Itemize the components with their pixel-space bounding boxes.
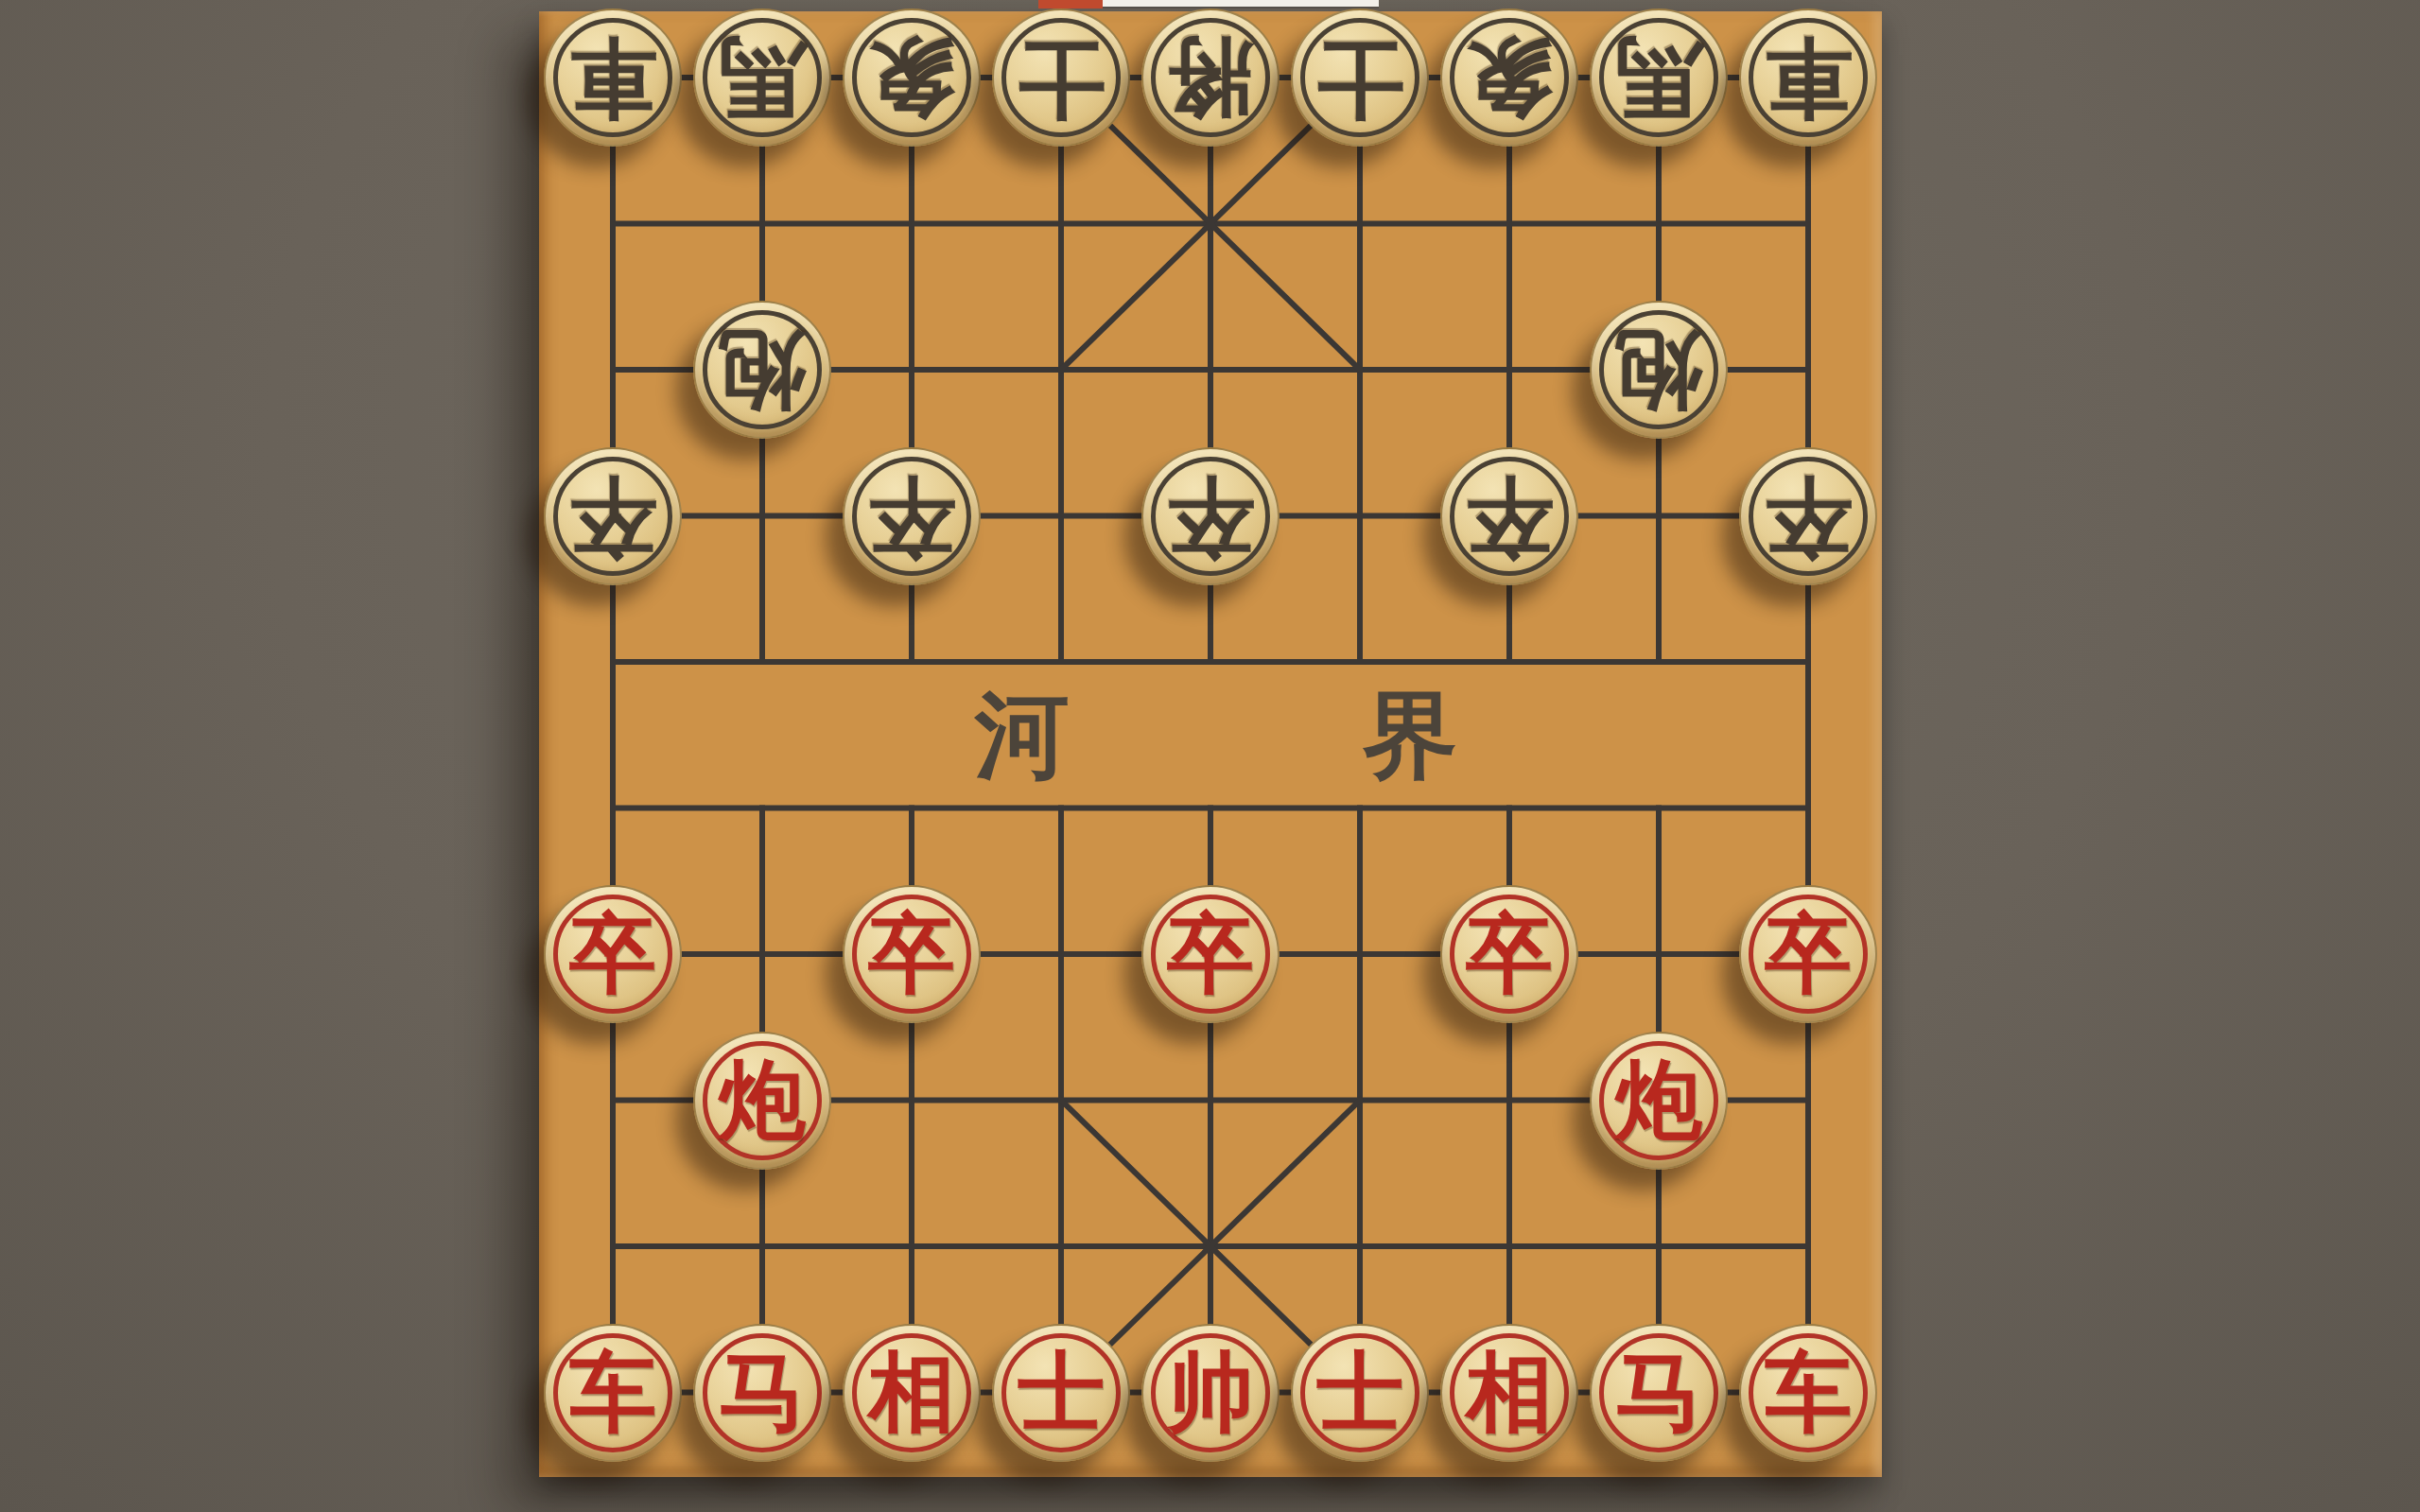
piece-red-soldier-a4[interactable]: 卒 xyxy=(544,885,682,1023)
piece-glyph: 相 xyxy=(868,1349,955,1436)
piece-glyph: 炮 xyxy=(1615,1057,1702,1144)
piece-glyph: 卒 xyxy=(868,473,955,560)
piece-black-horse-h10[interactable]: 馬 xyxy=(1590,9,1728,147)
piece-black-chariot-a10[interactable]: 車 xyxy=(544,9,682,147)
piece-black-cannon-b8[interactable]: 炮 xyxy=(693,301,831,439)
piece-red-elephant-g1[interactable]: 相 xyxy=(1440,1324,1578,1462)
piece-red-general-e1[interactable]: 帅 xyxy=(1141,1324,1280,1462)
piece-black-advisor-f10[interactable]: 士 xyxy=(1291,9,1429,147)
piece-black-soldier-i7[interactable]: 卒 xyxy=(1739,447,1877,585)
piece-red-horse-h1[interactable]: 马 xyxy=(1590,1324,1728,1462)
piece-glyph: 车 xyxy=(569,1349,656,1436)
piece-glyph: 士 xyxy=(1018,34,1105,121)
piece-black-cannon-h8[interactable]: 炮 xyxy=(1590,301,1728,439)
piece-glyph: 象 xyxy=(868,34,955,121)
piece-glyph: 卒 xyxy=(1765,473,1852,560)
piece-glyph: 象 xyxy=(1466,34,1553,121)
piece-glyph: 马 xyxy=(719,1349,806,1436)
piece-glyph: 士 xyxy=(1018,1349,1105,1436)
piece-glyph: 卒 xyxy=(1466,473,1553,560)
piece-glyph: 帅 xyxy=(1167,1349,1254,1436)
xiangqi-board[interactable]: 河 界 車馬象士將士象馬車炮炮卒卒卒卒卒卒卒卒卒卒炮炮车马相士帅士相马车 xyxy=(539,11,1882,1477)
piece-black-soldier-a7[interactable]: 卒 xyxy=(544,447,682,585)
piece-red-soldier-g4[interactable]: 卒 xyxy=(1440,885,1578,1023)
piece-black-elephant-c10[interactable]: 象 xyxy=(843,9,981,147)
piece-glyph: 卒 xyxy=(569,473,656,560)
piece-red-advisor-f1[interactable]: 士 xyxy=(1291,1324,1429,1462)
piece-black-soldier-g7[interactable]: 卒 xyxy=(1440,447,1578,585)
piece-glyph: 卒 xyxy=(1167,911,1254,998)
piece-glyph: 士 xyxy=(1316,1349,1403,1436)
piece-red-cannon-b3[interactable]: 炮 xyxy=(693,1032,831,1170)
piece-black-general-e10[interactable]: 將 xyxy=(1141,9,1280,147)
piece-red-chariot-i1[interactable]: 车 xyxy=(1739,1324,1877,1462)
screen: { "game": "xiangqi", "position": { "fen"… xyxy=(0,0,2420,1512)
piece-black-horse-b10[interactable]: 馬 xyxy=(693,9,831,147)
piece-glyph: 馬 xyxy=(1615,34,1702,121)
piece-black-soldier-e7[interactable]: 卒 xyxy=(1141,447,1280,585)
board-pieces: 車馬象士將士象馬車炮炮卒卒卒卒卒卒卒卒卒卒炮炮车马相士帅士相马车 xyxy=(539,11,1882,1477)
piece-red-horse-b1[interactable]: 马 xyxy=(693,1324,831,1462)
piece-glyph: 卒 xyxy=(569,911,656,998)
piece-black-advisor-d10[interactable]: 士 xyxy=(992,9,1130,147)
piece-glyph: 卒 xyxy=(868,911,955,998)
piece-glyph: 車 xyxy=(569,34,656,121)
piece-red-soldier-e4[interactable]: 卒 xyxy=(1141,885,1280,1023)
piece-black-elephant-g10[interactable]: 象 xyxy=(1440,9,1578,147)
piece-glyph: 卒 xyxy=(1167,473,1254,560)
piece-red-advisor-d1[interactable]: 士 xyxy=(992,1324,1130,1462)
piece-glyph: 馬 xyxy=(719,34,806,121)
piece-glyph: 士 xyxy=(1316,34,1403,121)
piece-glyph: 炮 xyxy=(1615,326,1702,413)
progress-segment-red xyxy=(1038,0,1103,9)
piece-glyph: 炮 xyxy=(719,1057,806,1144)
top-progress-bar xyxy=(1038,0,1379,9)
piece-red-soldier-i4[interactable]: 卒 xyxy=(1739,885,1877,1023)
piece-glyph: 卒 xyxy=(1765,911,1852,998)
piece-red-chariot-a1[interactable]: 车 xyxy=(544,1324,682,1462)
piece-red-soldier-c4[interactable]: 卒 xyxy=(843,885,981,1023)
piece-glyph: 卒 xyxy=(1466,911,1553,998)
piece-glyph: 相 xyxy=(1466,1349,1553,1436)
progress-segment-white xyxy=(1103,0,1379,9)
piece-red-elephant-c1[interactable]: 相 xyxy=(843,1324,981,1462)
piece-glyph: 炮 xyxy=(719,326,806,413)
piece-black-soldier-c7[interactable]: 卒 xyxy=(843,447,981,585)
piece-glyph: 马 xyxy=(1615,1349,1702,1436)
piece-black-chariot-i10[interactable]: 車 xyxy=(1739,9,1877,147)
piece-glyph: 车 xyxy=(1765,1349,1852,1436)
piece-glyph: 車 xyxy=(1765,34,1852,121)
piece-red-cannon-h3[interactable]: 炮 xyxy=(1590,1032,1728,1170)
piece-glyph: 將 xyxy=(1167,34,1254,121)
